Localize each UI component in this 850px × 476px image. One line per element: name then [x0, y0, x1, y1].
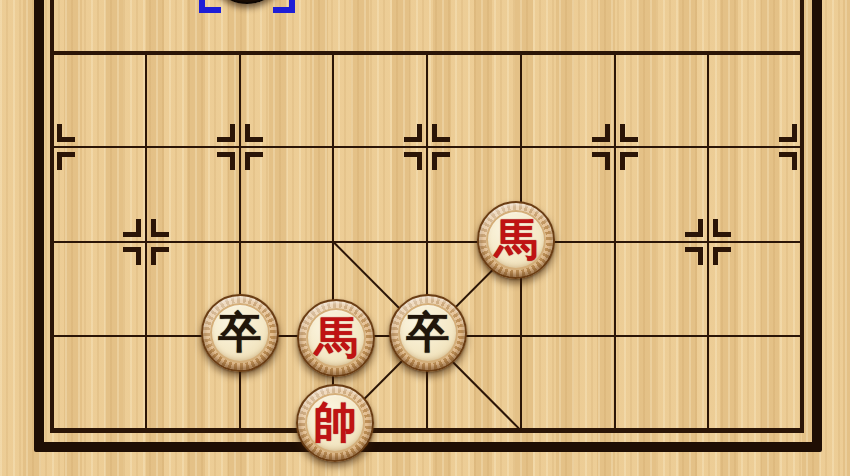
point-marker-f0r6 — [27, 122, 77, 172]
point-marker-f8r6 — [777, 122, 827, 172]
point-marker-f1r7 — [121, 217, 171, 267]
xiangqi-board: 馬卒馬卒帥 — [0, 0, 850, 476]
piece-face: 卒 — [210, 303, 270, 363]
grid-line-file-4 — [426, 53, 428, 431]
marker-corner-tl — [592, 124, 610, 142]
point-marker-f4r6 — [402, 122, 452, 172]
red-general-piece[interactable]: 帥 — [296, 384, 374, 462]
point-marker-f7r7 — [683, 217, 733, 267]
grid-line-file-6 — [614, 53, 616, 431]
marker-corner-tl — [217, 124, 235, 142]
piece-character: 卒 — [407, 311, 450, 356]
piece-character: 帥 — [314, 401, 357, 446]
grid-line-file-0 — [50, 0, 54, 433]
piece-character: 馬 — [495, 218, 538, 263]
marker-corner-tr — [432, 124, 450, 142]
selection-corner-bl — [199, 0, 221, 13]
selection-brackets — [199, 0, 295, 13]
point-marker-f6r6 — [590, 122, 640, 172]
marker-corner-br — [245, 152, 263, 170]
marker-corner-tl — [685, 219, 703, 237]
piece-character: 馬 — [315, 316, 358, 361]
black-soldier-1-piece[interactable]: 卒 — [201, 294, 279, 372]
marker-corner-tr — [713, 219, 731, 237]
marker-corner-br — [432, 152, 450, 170]
marker-corner-tr — [57, 124, 75, 142]
marker-corner-tr — [245, 124, 263, 142]
marker-corner-br — [620, 152, 638, 170]
marker-corner-br — [57, 152, 75, 170]
piece-face: 馬 — [306, 308, 366, 368]
marker-corner-bl — [123, 247, 141, 265]
selection-corner-br — [273, 0, 295, 13]
grid-line-file-2 — [239, 53, 241, 431]
piece-face: 帥 — [305, 393, 365, 453]
marker-corner-bl — [685, 247, 703, 265]
red-horse-2-piece[interactable]: 馬 — [297, 299, 375, 377]
piece-face: 馬 — [486, 210, 546, 270]
marker-corner-tl — [404, 124, 422, 142]
grid-line-file-8 — [800, 0, 804, 433]
marker-corner-bl — [404, 152, 422, 170]
marker-corner-tr — [620, 124, 638, 142]
marker-corner-br — [151, 247, 169, 265]
marker-corner-bl — [779, 152, 797, 170]
marker-corner-tl — [779, 124, 797, 142]
marker-corner-br — [713, 247, 731, 265]
marker-corner-tl — [123, 219, 141, 237]
point-marker-f2r6 — [215, 122, 265, 172]
red-horse-1-piece[interactable]: 馬 — [477, 201, 555, 279]
piece-face: 卒 — [398, 303, 458, 363]
marker-corner-bl — [592, 152, 610, 170]
marker-corner-bl — [217, 152, 235, 170]
black-soldier-2-piece[interactable]: 卒 — [389, 294, 467, 372]
piece-character: 卒 — [219, 311, 262, 356]
marker-corner-tr — [151, 219, 169, 237]
